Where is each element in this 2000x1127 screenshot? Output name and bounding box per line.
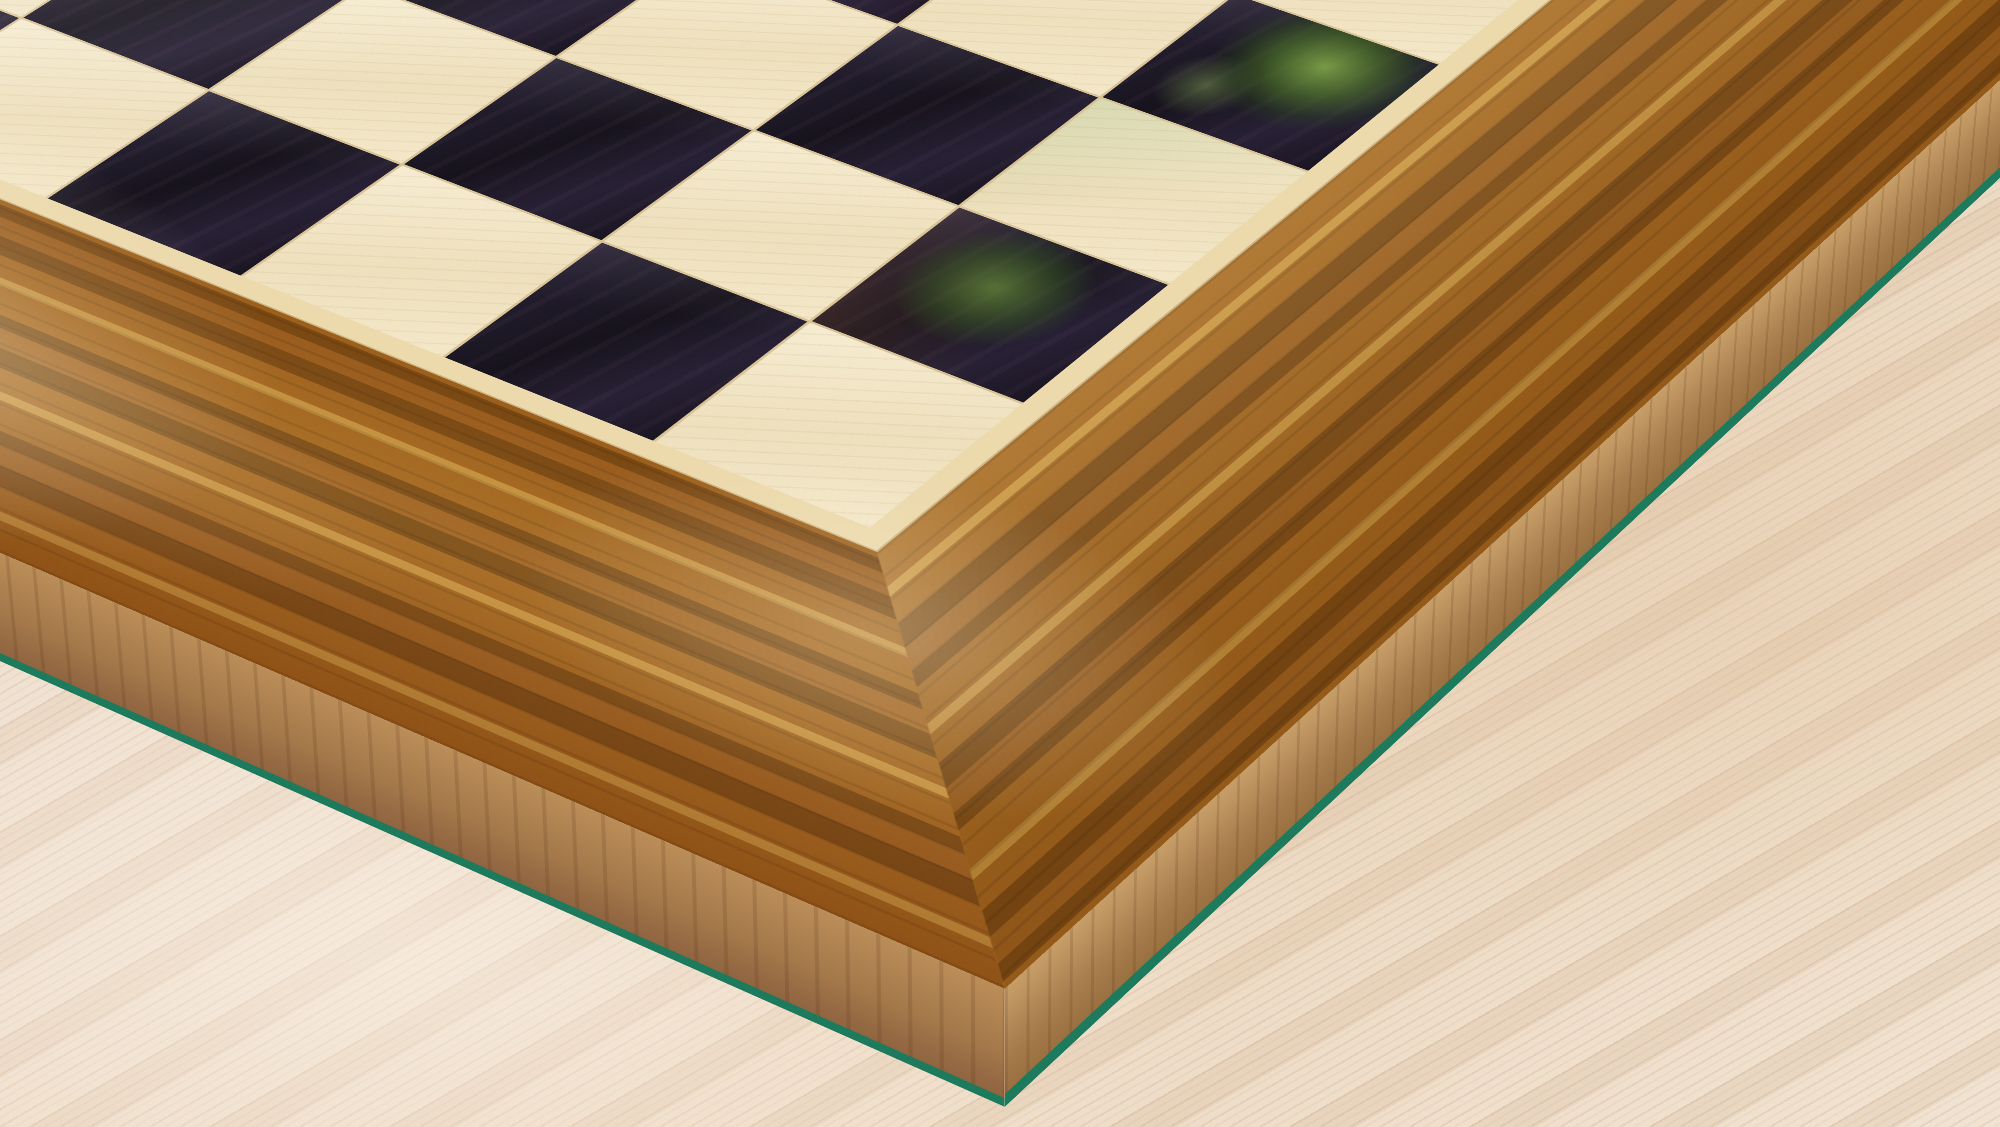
square-r5c6 [756,26,1098,205]
scene-3d [0,0,2000,1127]
product-photo [0,0,2000,1127]
square-r4c5 [705,0,1034,24]
square-r7c5 [243,165,600,356]
square-r6c3 [24,0,362,89]
square-r7c3 [0,19,206,197]
square-r5c5 [558,0,896,129]
square-r6c2 [0,0,177,17]
square-r7c2 [0,0,19,122]
square-r6c4 [211,0,554,163]
square-r6c6 [605,132,957,320]
square-r6c5 [404,58,751,240]
square-r5c4 [367,0,700,56]
square-r4c6 [900,0,1233,96]
chess-board [0,0,2000,989]
